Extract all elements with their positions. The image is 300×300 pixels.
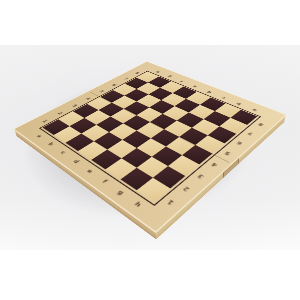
square-c2 xyxy=(81,125,109,141)
square-h6 xyxy=(208,126,236,143)
file-label-near-g: g xyxy=(116,189,125,196)
square-h4 xyxy=(182,145,212,164)
square-g1 xyxy=(121,168,153,191)
rank-label-left-3: 3 xyxy=(71,104,78,108)
rank-label-right-2: 2 xyxy=(182,186,191,193)
square-f3 xyxy=(137,138,166,156)
square-f1 xyxy=(105,158,136,179)
board-scene: ah88bg77cf66de55ed44fc33gb22ha11 xyxy=(0,0,300,300)
rank-label-right-5: 5 xyxy=(224,151,232,156)
file-label-far-c: c xyxy=(220,96,226,99)
file-label-near-b: b xyxy=(47,142,55,147)
square-e4 xyxy=(137,122,165,138)
square-g6 xyxy=(192,119,220,135)
file-label-far-g: g xyxy=(166,75,172,78)
square-h3 xyxy=(168,155,199,176)
file-label-near-f: f xyxy=(101,179,109,184)
chessboard: ah88bg77cf66de55ed44fc33gb22ha11 xyxy=(13,61,287,233)
file-label-far-f: f xyxy=(179,80,184,83)
square-e3 xyxy=(122,131,150,148)
file-label-far-a: a xyxy=(251,108,258,112)
square-c1 xyxy=(65,134,93,152)
square-g2 xyxy=(137,157,168,178)
rank-label-left-4: 4 xyxy=(85,97,92,100)
rank-label-right-6: 6 xyxy=(236,141,244,146)
square-f2 xyxy=(122,148,152,168)
square-d3 xyxy=(109,123,137,139)
square-d2 xyxy=(94,132,122,149)
square-d1 xyxy=(78,141,107,160)
square-g5 xyxy=(179,128,207,145)
file-label-far-e: e xyxy=(192,85,198,88)
square-f4 xyxy=(151,129,179,146)
square-h7 xyxy=(219,118,247,134)
file-label-far-h: h xyxy=(155,70,161,73)
rank-label-right-8: 8 xyxy=(258,122,265,126)
square-b1 xyxy=(54,126,82,143)
rank-label-left-6: 6 xyxy=(111,83,117,86)
rank-label-right-3: 3 xyxy=(197,173,205,179)
square-h2 xyxy=(153,166,185,188)
square-g4 xyxy=(166,137,195,155)
file-label-near-c: c xyxy=(59,150,67,155)
rank-label-left-2: 2 xyxy=(56,111,63,115)
file-label-near-d: d xyxy=(72,159,80,164)
rank-label-right-4: 4 xyxy=(211,162,219,168)
rank-label-right-1: 1 xyxy=(166,199,175,206)
rank-label-left-8: 8 xyxy=(134,71,140,74)
file-label-far-b: b xyxy=(235,102,242,106)
square-f5 xyxy=(164,121,192,137)
square-e1 xyxy=(91,150,121,170)
square-h1 xyxy=(137,178,171,202)
square-h5 xyxy=(195,135,224,153)
file-label-near-h: h xyxy=(133,201,142,208)
rank-label-left-5: 5 xyxy=(98,90,104,93)
board-tilt-wrapper: ah88bg77cf66de55ed44fc33gb22ha11 xyxy=(0,0,300,300)
file-label-far-d: d xyxy=(206,90,212,93)
file-label-near-e: e xyxy=(86,168,94,174)
square-g3 xyxy=(152,146,182,166)
rank-label-left-1: 1 xyxy=(41,119,48,123)
rank-label-right-7: 7 xyxy=(247,131,254,136)
square-e2 xyxy=(107,140,136,159)
file-label-near-a: a xyxy=(36,134,44,138)
rank-label-left-7: 7 xyxy=(123,77,129,80)
